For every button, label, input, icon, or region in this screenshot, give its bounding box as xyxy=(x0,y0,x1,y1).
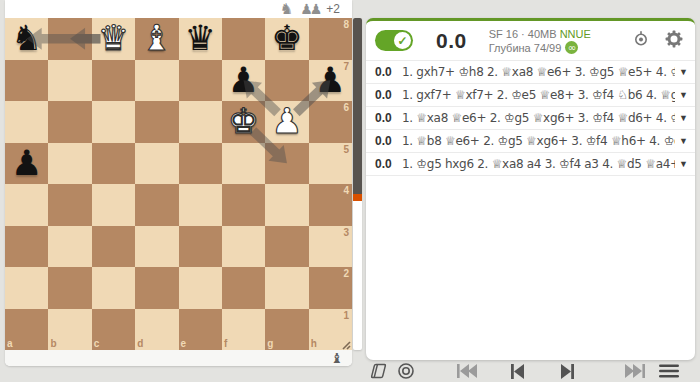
square-d1[interactable]: d xyxy=(135,309,178,351)
square-h4[interactable]: 4 xyxy=(309,184,352,226)
engine-nnue-label: NNUE xyxy=(560,28,591,40)
square-c5[interactable] xyxy=(92,143,135,185)
square-f1[interactable]: f xyxy=(222,309,265,351)
square-h6[interactable]: 6 xyxy=(309,101,352,143)
square-g1[interactable]: g xyxy=(265,309,308,351)
expand-caret-icon[interactable]: ▼ xyxy=(679,136,688,146)
square-e6[interactable] xyxy=(179,101,222,143)
engine-info: SF 16 · 40MB NNUE Глубина 74/99 ∞ xyxy=(489,27,591,55)
pv-moves: 1. ♔g5 hxg6 2. ♕xa8 a4 3. ♔f4 a3 4. ♕d5 … xyxy=(402,157,675,171)
square-b5[interactable] xyxy=(48,143,91,185)
last-move-icon[interactable] xyxy=(624,360,646,382)
file-label-d: d xyxy=(137,338,143,349)
captured-pawn-icon: ♟ xyxy=(310,0,323,18)
eval-gauge-orange-tick xyxy=(353,194,362,201)
square-e3[interactable] xyxy=(179,226,222,268)
file-label-c: c xyxy=(94,338,100,349)
file-label-e: e xyxy=(181,338,187,349)
board-resize-handle[interactable] xyxy=(339,338,351,350)
square-e7[interactable] xyxy=(179,60,222,102)
square-a4[interactable] xyxy=(5,184,48,226)
square-f8[interactable] xyxy=(222,18,265,60)
infinite-analysis-badge[interactable]: ∞ xyxy=(565,41,578,54)
first-move-icon[interactable] xyxy=(456,360,478,382)
square-d8[interactable]: ♝ xyxy=(135,18,178,60)
square-h8[interactable]: 8 xyxy=(309,18,352,60)
expand-caret-icon[interactable]: ▼ xyxy=(679,67,688,77)
expand-caret-icon[interactable]: ▼ xyxy=(679,159,688,169)
square-h7[interactable]: ♟7 xyxy=(309,60,352,102)
square-e8[interactable]: ♛ xyxy=(179,18,222,60)
square-b2[interactable] xyxy=(48,267,91,309)
pv-moves: 1. gxh7+ ♔h8 2. ♕xa8 ♕e6+ 3. ♔g5 ♕e5+ 4.… xyxy=(402,65,675,79)
pv-line-3[interactable]: 0.01. ♕xa8 ♕e6+ 2. ♔g5 ♕xg6+ 3. ♔f4 ♕d6+… xyxy=(366,107,695,130)
square-f7[interactable]: ♟ xyxy=(222,60,265,102)
pv-line-4[interactable]: 0.01. ♕b8 ♕e6+ 2. ♔g5 ♕xg6+ 3. ♔f4 ♕h6+ … xyxy=(366,130,695,153)
square-b3[interactable] xyxy=(48,226,91,268)
square-h5[interactable]: 5 xyxy=(309,143,352,185)
rank-label-3: 3 xyxy=(343,227,349,238)
square-a8[interactable]: ♞ xyxy=(5,18,48,60)
board-card: ♞ ♟ ♟ +2 ♞♛♝♛♚8♟♟7♚♟6♟5432abcdefgh1 ♝ xyxy=(5,0,352,366)
square-c8[interactable]: ♛ xyxy=(92,18,135,60)
pv-moves: 1. gxf7+ ♕xf7+ 2. ♔e5 ♕e8+ 3. ♔f4 ♘b6 4.… xyxy=(402,88,675,102)
pv-line-list: 0.01. gxh7+ ♔h8 2. ♕xa8 ♕e6+ 3. ♔g5 ♕e5+… xyxy=(366,60,695,176)
black-pawn-a5[interactable]: ♟ xyxy=(5,143,48,185)
square-g6[interactable]: ♟ xyxy=(265,101,308,143)
captured-knight-icon: ♞ xyxy=(280,0,293,18)
square-b7[interactable] xyxy=(48,60,91,102)
square-d5[interactable] xyxy=(135,143,178,185)
engine-eval: 0.0 xyxy=(436,29,467,53)
square-e1[interactable]: e xyxy=(179,309,222,351)
pv-line-1[interactable]: 0.01. gxh7+ ♔h8 2. ♕xa8 ♕e6+ 3. ♔g5 ♕e5+… xyxy=(366,61,695,84)
black-knight-a8[interactable]: ♞ xyxy=(5,18,48,60)
square-h3[interactable]: 3 xyxy=(309,226,352,268)
rank-label-8: 8 xyxy=(343,19,349,30)
pv-moves: 1. ♕xa8 ♕e6+ 2. ♔g5 ♕xg6+ 3. ♔f4 ♕d6+ 4.… xyxy=(402,111,675,125)
square-b4[interactable] xyxy=(48,184,91,226)
square-e5[interactable] xyxy=(179,143,222,185)
eval-gauge-black-half xyxy=(353,18,362,194)
captured-bishop-icon: ♝ xyxy=(330,351,343,365)
rank-label-4: 4 xyxy=(343,185,349,196)
square-e4[interactable] xyxy=(179,184,222,226)
white-king-f6[interactable]: ♚ xyxy=(222,101,265,143)
rank-label-7: 7 xyxy=(343,61,349,72)
square-d6[interactable] xyxy=(135,101,178,143)
square-g4[interactable] xyxy=(265,184,308,226)
square-b6[interactable] xyxy=(48,101,91,143)
pv-eval: 0.0 xyxy=(375,134,402,148)
square-c2[interactable] xyxy=(92,267,135,309)
square-c4[interactable] xyxy=(92,184,135,226)
square-h2[interactable]: 2 xyxy=(309,267,352,309)
black-pawn-f7[interactable]: ♟ xyxy=(222,60,265,102)
black-queen-e8[interactable]: ♛ xyxy=(179,18,222,60)
pv-line-2[interactable]: 0.01. gxf7+ ♕xf7+ 2. ♔e5 ♕e8+ 3. ♔f4 ♘b6… xyxy=(366,84,695,107)
square-g3[interactable] xyxy=(265,226,308,268)
engine-toggle[interactable]: ✓ xyxy=(375,30,413,51)
eval-gauge xyxy=(353,18,362,350)
engine-depth: Глубина 74/99 xyxy=(489,41,562,55)
file-label-f: f xyxy=(224,338,227,349)
square-d7[interactable] xyxy=(135,60,178,102)
square-b8[interactable] xyxy=(48,18,91,60)
square-a2[interactable] xyxy=(5,267,48,309)
square-g7[interactable] xyxy=(265,60,308,102)
square-c7[interactable] xyxy=(92,60,135,102)
file-label-g: g xyxy=(267,338,273,349)
engine-name: SF 16 · 40MB xyxy=(489,28,557,40)
captured-pieces-bar: ♞ ♟ ♟ +2 xyxy=(5,0,352,18)
chess-board[interactable]: ♞♛♝♛♚8♟♟7♚♟6♟5432abcdefgh1 xyxy=(5,18,352,350)
square-f6[interactable]: ♚ xyxy=(222,101,265,143)
square-f5[interactable] xyxy=(222,143,265,185)
engine-toggle-check-icon: ✓ xyxy=(394,32,411,49)
pv-eval: 0.0 xyxy=(375,65,402,79)
rank-label-5: 5 xyxy=(343,144,349,155)
pv-eval: 0.0 xyxy=(375,111,402,125)
white-queen-c8[interactable]: ♛ xyxy=(92,18,135,60)
square-d2[interactable] xyxy=(135,267,178,309)
black-king-g8[interactable]: ♚ xyxy=(265,18,308,60)
file-label-a: a xyxy=(7,338,13,349)
book-icon[interactable] xyxy=(368,360,387,382)
gear-icon[interactable] xyxy=(665,30,683,52)
rank-label-1: 1 xyxy=(343,310,349,321)
square-d4[interactable] xyxy=(135,184,178,226)
square-f2[interactable] xyxy=(222,267,265,309)
expand-caret-icon[interactable]: ▼ xyxy=(679,113,688,123)
square-a7[interactable] xyxy=(5,60,48,102)
pv-moves: 1. ♕b8 ♕e6+ 2. ♔g5 ♕xg6+ 3. ♔f4 ♕h6+ 4. … xyxy=(402,134,675,148)
practice-target-icon[interactable] xyxy=(632,30,650,52)
square-c3[interactable] xyxy=(92,226,135,268)
square-g8[interactable]: ♚ xyxy=(265,18,308,60)
square-g2[interactable] xyxy=(265,267,308,309)
pv-line-5[interactable]: 0.01. ♔g5 hxg6 2. ♕xa8 a4 3. ♔f4 a3 4. ♕… xyxy=(366,153,695,176)
pv-eval: 0.0 xyxy=(375,88,402,102)
bottom-toolbar xyxy=(366,360,695,382)
white-bishop-d8[interactable]: ♝ xyxy=(135,18,178,60)
expand-caret-icon[interactable]: ▼ xyxy=(679,90,688,100)
previous-move-icon[interactable] xyxy=(510,360,525,382)
player-bar: ♝ xyxy=(5,350,352,366)
rank-label-6: 6 xyxy=(343,102,349,113)
square-a3[interactable] xyxy=(5,226,48,268)
next-move-icon[interactable] xyxy=(560,360,575,382)
file-label-h: h xyxy=(311,338,317,349)
square-d3[interactable] xyxy=(135,226,178,268)
explorer-target-icon[interactable] xyxy=(397,360,415,382)
square-e2[interactable] xyxy=(179,267,222,309)
engine-panel: ✓ 0.0 SF 16 · 40MB NNUE Глубина 74/99 ∞ xyxy=(366,18,695,360)
rank-label-2: 2 xyxy=(343,268,349,279)
material-score: +2 xyxy=(326,2,340,16)
engine-header: ✓ 0.0 SF 16 · 40MB NNUE Глубина 74/99 ∞ xyxy=(366,21,695,60)
square-f3[interactable] xyxy=(222,226,265,268)
white-pawn-g6[interactable]: ♟ xyxy=(265,101,308,143)
square-g5[interactable] xyxy=(265,143,308,185)
square-f4[interactable] xyxy=(222,184,265,226)
square-b1[interactable]: b xyxy=(48,309,91,351)
square-c6[interactable] xyxy=(92,101,135,143)
pv-eval: 0.0 xyxy=(375,157,402,171)
menu-icon[interactable] xyxy=(658,360,680,382)
square-a1[interactable]: a xyxy=(5,309,48,351)
square-a6[interactable] xyxy=(5,101,48,143)
file-label-b: b xyxy=(50,338,56,349)
square-c1[interactable]: c xyxy=(92,309,135,351)
square-a5[interactable]: ♟ xyxy=(5,143,48,185)
